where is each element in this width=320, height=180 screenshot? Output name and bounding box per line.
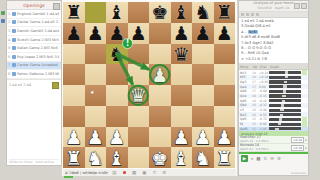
opening-icon (12, 55, 16, 59)
eval-bar (269, 118, 301, 121)
square-c7[interactable]: ♟ (106, 23, 128, 44)
square-g1[interactable]: ♞ (192, 147, 214, 168)
toolbar-icon[interactable] (251, 13, 254, 16)
square-b3[interactable] (85, 106, 107, 127)
square-g3[interactable] (192, 106, 214, 127)
openings-list: 1Englund Gambit 1.d4 e5·2Center Game 1.e… (7, 10, 61, 79)
eval-value: -0.55 (259, 113, 269, 117)
white-rook-a1: ♜ (65, 148, 82, 168)
item-count: · (59, 29, 60, 33)
selected-move-chip[interactable]: Nc6! (248, 30, 258, 34)
openings-footer: White to move · tutor active (9, 159, 59, 165)
square-c4[interactable] (106, 85, 128, 106)
opening-list-item[interactable]: 4Scotch Game 2.Nf3 Nc6 3.d4· (7, 36, 61, 45)
square-g8[interactable]: ♞ (192, 2, 214, 23)
analysis-window: Analysis of your move Stockfish · depth … (238, 0, 309, 176)
white-bishop-c1: ♝ (108, 148, 125, 168)
engine-eval: +0.18 (291, 145, 304, 151)
white-pawn-g2: ♟ (194, 127, 211, 147)
black-bishop-f8: ♝ (173, 2, 190, 22)
opening-name: Scotch Game 2.Nf3 Nc6 3.d4 (17, 38, 59, 42)
opening-moves-label: 1.e4 e5 2.d4 (9, 83, 31, 87)
opening-name: Ruy Lopez 2.Nf3 Nc6 3.Bb5 (17, 55, 59, 59)
opening-list-item[interactable]: 1Englund Gambit 1.d4 e5· (7, 10, 61, 19)
eval-bar (269, 104, 301, 107)
black-pawn-b7: ♟ (87, 23, 104, 43)
analysis-buttons: ▶ ⏸■↻✉⚙ (239, 154, 308, 164)
square-a2[interactable]: ♟ (63, 127, 85, 148)
pause-icon[interactable]: ⏸ (251, 156, 253, 161)
color-swatch (52, 82, 59, 89)
engine-row[interactable]: Komodo 14depth 21 · 0.8 MN/s+0.18▸ (239, 144, 308, 152)
square-f3[interactable] (171, 106, 193, 127)
black-pawn-f7: ♟ (173, 23, 190, 43)
square-d6[interactable] (128, 44, 150, 65)
engine-list: Stockfish 17depth 24 · 1.2 MN/s+0.21▸Kom… (239, 136, 308, 152)
square-e2[interactable] (149, 127, 171, 148)
opening-name: Danish Gambit 2.d4 exd4 3.c3 (17, 29, 59, 33)
square-c1[interactable]: ♝ (106, 147, 128, 168)
square-b1[interactable]: ♞ (85, 147, 107, 168)
square-f6[interactable]: ♛ (171, 44, 193, 65)
square-d3[interactable] (128, 106, 150, 127)
candidate-move: c3 (239, 108, 252, 112)
white-king-e1: ♚ (151, 148, 168, 168)
white-rook-h1: ♜ (216, 148, 233, 168)
opening-name: Petrov Defence 2.Nf3 Nf6 (17, 72, 59, 76)
black-pawn-c7: ♟ (108, 23, 125, 43)
board-icon[interactable]: ▦ (132, 170, 136, 175)
item-count: · (59, 63, 60, 67)
engine-detail: depth 21 · 0.8 MN/s (240, 148, 291, 151)
candidate-move: f4 (239, 122, 252, 126)
black-rook-a8: ♜ (65, 2, 82, 22)
item-count: · (59, 20, 60, 24)
openings-header: Openings (7, 1, 61, 10)
progress-chip (64, 176, 73, 178)
opening-list-item[interactable]: 2Center Game 1.e4 e5 2.d4· (7, 19, 61, 28)
analysis-titlebar: Analysis of your move Stockfish · depth … (239, 1, 308, 12)
opening-list-item[interactable]: 3Danish Gambit 2.d4 exd4 3.c3· (7, 27, 61, 36)
openings-title: Openings (23, 3, 44, 8)
analysis-table: Nc318+0.21Nf318+0.18Qe317+0.05Qe4170.00Q… (239, 70, 308, 131)
opening-name: Englund Gambit 1.d4 e5 (17, 12, 59, 16)
eval-bar (269, 80, 301, 83)
square-a4[interactable] (63, 85, 85, 106)
square-b7[interactable]: ♟ (85, 23, 107, 44)
variation-line[interactable]: ± +0.21 N 7/8 (241, 57, 306, 62)
white-bishop-f1: ♝ (173, 148, 190, 168)
toolbar-icon[interactable] (246, 13, 249, 16)
opening-name: Italian Game 2.Nf3 Nc6 3.Bc4 (17, 46, 59, 50)
square-e1[interactable]: ♚ (149, 147, 171, 168)
candidate-move: Qe3 (239, 80, 252, 84)
eval-value: +0.05 (259, 80, 269, 84)
square-a8[interactable]: ♜ (63, 2, 85, 23)
desktop-icon-green[interactable] (1, 11, 5, 15)
eval-value: -1.85 (259, 127, 269, 131)
eval-bar (269, 94, 301, 97)
square-h3[interactable] (214, 106, 236, 127)
openings-subpanel: 1.e4 e5 2.d4 (7, 79, 61, 91)
opening-name: Center Game Accepted 3.Qxd4 (17, 63, 59, 67)
play-button[interactable]: ▶ (241, 155, 248, 162)
desktop: Openings 1Englund Gambit 1.d4 e5·2Center… (0, 0, 320, 180)
square-d8[interactable] (128, 2, 150, 23)
variation-moves: 1.e4 e5 2.d4 exd43.Qxd4 Qf6 4.e54... Nc6… (239, 18, 308, 64)
square-c2[interactable]: ♟ (106, 127, 128, 148)
square-a6[interactable] (63, 44, 85, 65)
square-a3[interactable] (63, 106, 85, 127)
depth-value: 16 (252, 108, 259, 112)
depth-value: 17 (252, 85, 259, 89)
item-count: · (59, 12, 60, 16)
depth-value: 16 (252, 103, 259, 107)
square-e4[interactable] (149, 85, 171, 106)
square-a1[interactable]: ♜ (63, 147, 85, 168)
opening-icon (12, 63, 16, 67)
chevron-right-icon[interactable]: ▸ (305, 146, 307, 150)
opening-list-item[interactable]: 8Petrov Defence 2.Nf3 Nf6· (7, 70, 61, 79)
square-g4[interactable] (192, 85, 214, 106)
black-bishop-c8: ♝ (108, 2, 125, 22)
item-count: · (59, 38, 60, 42)
square-b6[interactable] (85, 44, 107, 65)
candidate-move: Qd5 (239, 99, 252, 103)
eval-bar (269, 71, 301, 74)
square-c3[interactable] (106, 106, 128, 127)
eval-value: -0.73 (259, 117, 269, 121)
square-g2[interactable]: ♟ (192, 127, 214, 148)
minimize-icon[interactable] (294, 3, 300, 9)
candidate-move: Nc3 (239, 71, 252, 75)
square-g7[interactable]: ♟ (192, 23, 214, 44)
gear-icon[interactable]: ⚙ (162, 170, 166, 175)
black-knight-g8: ♞ (194, 2, 211, 22)
eval-bar (269, 76, 301, 79)
opening-list-item[interactable]: 6Ruy Lopez 2.Nf3 Nc6 3.Bb5· (7, 53, 61, 62)
square-h8[interactable]: ♜ (214, 2, 236, 23)
square-f1[interactable]: ♝ (171, 147, 193, 168)
white-queen-d4: ♛ (130, 85, 147, 105)
white-pawn-b2: ♟ (87, 127, 104, 147)
eval-bar (269, 109, 301, 112)
depth-value: 18 (252, 75, 259, 79)
record-dot-icon[interactable] (123, 171, 127, 175)
square-c6[interactable]: ♞ (106, 44, 128, 65)
white-pawn-c2: ♟ (108, 127, 125, 147)
item-count: · (59, 46, 60, 50)
depth-value: 15 (252, 127, 259, 131)
eval-bar (269, 127, 301, 130)
depth-value: 16 (252, 99, 259, 103)
depth-value: 16 (252, 94, 259, 98)
stop-icon[interactable]: ■ (256, 156, 260, 161)
square-c5[interactable] (106, 64, 128, 85)
eval-bar (269, 90, 301, 93)
chevron-right-icon[interactable]: ▸ (305, 138, 307, 142)
toolbar-icon[interactable] (241, 13, 244, 16)
gear-icon[interactable]: ⚙ (277, 156, 281, 161)
depth-value: 15 (252, 117, 259, 121)
opening-icon (12, 12, 16, 16)
desktop-icon-blue[interactable] (1, 19, 5, 23)
square-h6[interactable] (214, 44, 236, 65)
white-knight-g1: ♞ (194, 148, 211, 168)
square-d4[interactable]: ♛ (128, 85, 150, 106)
eval-value: +0.18 (259, 75, 269, 79)
eval-bar (269, 99, 301, 102)
square-d5[interactable] (128, 64, 150, 85)
depth-value: 17 (252, 80, 259, 84)
book-icon[interactable]: ▤ (112, 170, 116, 175)
openings-window: Openings 1Englund Gambit 1.d4 e5·2Center… (6, 0, 62, 166)
black-pawn-g7: ♟ (194, 23, 211, 43)
analysis-footnote: lucaschess (291, 171, 306, 175)
square-c8[interactable]: ♝ (106, 2, 128, 23)
candidate-move: Qe4 (239, 85, 252, 89)
square-g5[interactable] (192, 64, 214, 85)
black-pawn-a7: ♟ (65, 23, 82, 43)
candidate-move: Nf3 (239, 75, 252, 79)
candidate-move: Qc4 (239, 94, 252, 98)
opening-list-item[interactable]: 5Italian Game 2.Nf3 Nc6 3.Bc4· (7, 44, 61, 53)
white-knight-b1: ♞ (87, 148, 104, 168)
square-d7[interactable]: ♟ (128, 23, 150, 44)
flag-cell (302, 127, 307, 132)
black-rook-h8: ♜ (216, 2, 233, 22)
square-e5[interactable]: ♟ (149, 64, 171, 85)
square-b2[interactable]: ♟ (85, 127, 107, 148)
window-control-icon[interactable] (53, 3, 60, 10)
white-pawn-e5: ♟ (151, 65, 168, 85)
square-g6[interactable] (192, 44, 214, 65)
square-d2[interactable] (128, 127, 150, 148)
engine-eval: +0.21 (291, 137, 304, 143)
eval-bar (269, 85, 301, 88)
list-icon[interactable]: ≡ (153, 170, 157, 175)
black-king-e8: ♚ (151, 2, 168, 22)
eval-value: 0.00 (259, 85, 269, 89)
eval-value: +0.21 (259, 71, 269, 75)
white-pawn-f2: ♟ (173, 127, 190, 147)
square-h7[interactable]: ♟ (214, 23, 236, 44)
eval-value: -0.92 (259, 122, 269, 126)
square-b8[interactable] (85, 2, 107, 23)
eval-bar (269, 123, 301, 126)
black-knight-c6: ♞ (108, 44, 125, 64)
item-count: · (59, 55, 60, 59)
square-e6[interactable] (149, 44, 171, 65)
square-e7[interactable] (149, 23, 171, 44)
eval-value: -0.22 (259, 99, 269, 103)
status-text: 4... Nc6 | white to move (65, 171, 108, 175)
candidate-move: Qd2 (239, 89, 252, 93)
refresh-icon[interactable]: ↻ (264, 156, 268, 161)
square-f2[interactable]: ♟ (171, 127, 193, 148)
white-pawn-a2: ♟ (65, 127, 82, 147)
eval-value: -0.31 (259, 103, 269, 107)
square-f8[interactable]: ♝ (171, 2, 193, 23)
square-d1[interactable] (128, 147, 150, 168)
square-h1[interactable]: ♜ (214, 147, 236, 168)
depth-value: 15 (252, 122, 259, 126)
depth-value: 17 (252, 89, 259, 93)
depth-value: 16 (252, 113, 259, 117)
eval-value: -0.15 (259, 94, 269, 98)
black-queen-f6: ♛ (173, 44, 190, 64)
black-pawn-h7: ♟ (216, 23, 233, 43)
square-f5[interactable] (171, 64, 193, 85)
white-pawn-h2: ♟ (216, 127, 233, 147)
square-a5[interactable] (63, 64, 85, 85)
candidate-move: Qd3 (239, 117, 252, 121)
opening-icon (12, 29, 16, 33)
eval-value: -0.40 (259, 108, 269, 112)
opening-list-item[interactable]: 7Center Game Accepted 3.Qxd4· (7, 62, 61, 71)
square-e3[interactable] (149, 106, 171, 127)
opening-icon (12, 20, 16, 24)
square-f4[interactable] (171, 85, 193, 106)
close-icon[interactable] (301, 3, 307, 9)
square-b4[interactable] (85, 85, 107, 106)
square-a7[interactable]: ♟ (63, 23, 85, 44)
square-h5[interactable] (214, 64, 236, 85)
square-b5[interactable] (85, 64, 107, 85)
candidate-move: Qb4 (239, 103, 252, 107)
candidate-move: Qxf6 (239, 127, 252, 131)
candidate-move: Be3 (239, 113, 252, 117)
square-e8[interactable]: ♚ (149, 2, 171, 23)
square-h4[interactable] (214, 85, 236, 106)
eval-bar (269, 113, 301, 116)
black-pawn-d7: ♟ (130, 23, 147, 43)
chess-board[interactable]: ♜♝♚♝♞♜♟♟♟♟♟♟♟♞♛♟♛♟♟♟♟♟♟♜♞♝♚♝♞♜ (63, 2, 235, 168)
square-f7[interactable]: ♟ (171, 23, 193, 44)
depth-value: 18 (252, 71, 259, 75)
eval-value: -0.08 (259, 89, 269, 93)
opening-icon (12, 72, 16, 76)
opening-icon (12, 46, 16, 50)
mail-icon[interactable]: ✉ (270, 156, 274, 161)
save-icon[interactable]: ▣ (142, 170, 146, 175)
board-window: ♜♝♚♝♞♜♟♟♟♟♟♟♟♞♛♟♛♟♟♟♟♟♟♜♞♝♚♝♞♜ ! ✓Tutor✓… (62, 0, 237, 176)
opening-name: Center Game 1.e4 e5 2.d4 (17, 20, 59, 24)
toolbar-icon[interactable] (256, 13, 259, 16)
opening-icon (12, 38, 16, 42)
square-h2[interactable]: ♟ (214, 127, 236, 148)
item-count: · (59, 72, 60, 76)
